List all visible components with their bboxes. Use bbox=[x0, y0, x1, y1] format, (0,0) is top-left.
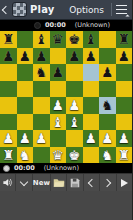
piece-white-king: ♚ bbox=[68, 147, 80, 164]
square-a5[interactable] bbox=[0, 81, 17, 98]
black-clock-time: 00:00 bbox=[45, 22, 66, 29]
square-f6[interactable] bbox=[83, 64, 100, 81]
square-a3[interactable] bbox=[0, 114, 17, 131]
white-player-name: (Unknown) bbox=[44, 165, 79, 172]
piece-white-queen: ♛ bbox=[52, 147, 64, 164]
dropdown-button[interactable] bbox=[16, 174, 32, 191]
square-b6[interactable] bbox=[17, 64, 34, 81]
square-g6[interactable]: ♟ bbox=[99, 64, 116, 81]
square-e1[interactable]: ♚ bbox=[66, 147, 83, 164]
black-clock-row: 00:00 (Unknown) bbox=[0, 20, 132, 31]
square-h6[interactable] bbox=[116, 64, 133, 81]
square-d1[interactable]: ♛ bbox=[50, 147, 67, 164]
white-player-dot-icon bbox=[3, 165, 10, 172]
square-g8[interactable] bbox=[99, 31, 116, 48]
piece-black-bishop: ♝ bbox=[85, 31, 97, 48]
chessboard-app-icon bbox=[12, 2, 27, 17]
square-b7[interactable]: ♟ bbox=[17, 48, 34, 65]
piece-white-bishop: ♝ bbox=[68, 114, 80, 131]
piece-white-rook: ♜ bbox=[118, 147, 130, 164]
new-game-label: New bbox=[33, 179, 50, 187]
square-d7[interactable] bbox=[50, 48, 67, 65]
square-g2[interactable]: ♟ bbox=[99, 130, 116, 147]
black-player-dot-icon bbox=[34, 22, 41, 29]
piece-black-queen: ♛ bbox=[52, 31, 64, 48]
square-b1[interactable]: ♞ bbox=[17, 147, 34, 164]
options-button[interactable]: Options bbox=[65, 2, 108, 18]
speaker-icon bbox=[2, 177, 13, 188]
square-c4[interactable] bbox=[33, 97, 50, 114]
piece-white-pawn: ♟ bbox=[101, 130, 113, 147]
square-b2[interactable]: ♟ bbox=[17, 130, 34, 147]
square-c6[interactable]: ♞ bbox=[33, 64, 50, 81]
square-g7[interactable] bbox=[99, 48, 116, 65]
piece-white-pawn: ♟ bbox=[52, 97, 64, 114]
page-title: Play bbox=[30, 4, 55, 15]
piece-black-pawn: ♟ bbox=[68, 48, 80, 65]
piece-black-pawn: ♟ bbox=[118, 48, 130, 65]
piece-black-pawn: ♟ bbox=[52, 64, 64, 81]
square-c5[interactable] bbox=[33, 81, 50, 98]
square-e6[interactable] bbox=[66, 64, 83, 81]
square-f7[interactable]: ♟ bbox=[83, 48, 100, 65]
piece-white-pawn: ♟ bbox=[118, 130, 130, 147]
piece-black-rook: ♜ bbox=[2, 31, 14, 48]
piece-black-knight: ♞ bbox=[35, 64, 47, 81]
piece-black-pawn: ♟ bbox=[101, 64, 113, 81]
square-h3[interactable] bbox=[116, 114, 133, 131]
open-file-button[interactable] bbox=[51, 174, 67, 191]
chevron-down-icon bbox=[20, 177, 28, 185]
piece-black-king: ♚ bbox=[68, 31, 80, 48]
square-b8[interactable] bbox=[17, 31, 34, 48]
chess-board: ♜♝♛♚♝♜♟♟♟♟♟♟♞♟♟♟♟♞♝♝♟♟♟♟♟♟♜♞♛♚♞♜ bbox=[0, 31, 132, 163]
piece-white-rook: ♜ bbox=[2, 147, 14, 164]
square-f3[interactable] bbox=[83, 114, 100, 131]
square-e8[interactable]: ♚ bbox=[66, 31, 83, 48]
square-h5[interactable] bbox=[116, 81, 133, 98]
square-e3[interactable]: ♝ bbox=[66, 114, 83, 131]
square-f4[interactable] bbox=[83, 97, 100, 114]
square-c3[interactable] bbox=[33, 114, 50, 131]
menu-bar bbox=[116, 9, 127, 11]
square-d8[interactable]: ♛ bbox=[50, 31, 67, 48]
piece-black-pawn: ♟ bbox=[19, 48, 31, 65]
next-move-button[interactable] bbox=[100, 174, 116, 191]
menu-bar bbox=[116, 13, 127, 15]
black-player-name: (Unknown) bbox=[75, 22, 110, 29]
white-clock-time: 00:00 bbox=[14, 165, 35, 172]
square-h1[interactable]: ♜ bbox=[116, 147, 133, 164]
square-g3[interactable] bbox=[99, 114, 116, 131]
square-b5[interactable] bbox=[17, 81, 34, 98]
folder-icon bbox=[53, 177, 65, 188]
piece-white-pawn: ♟ bbox=[35, 130, 47, 147]
square-d3[interactable]: ♝ bbox=[50, 114, 67, 131]
menu-bar bbox=[116, 5, 127, 7]
square-c2[interactable]: ♟ bbox=[33, 130, 50, 147]
menu-icon[interactable] bbox=[116, 5, 127, 15]
square-a6[interactable] bbox=[0, 64, 17, 81]
square-h8[interactable]: ♜ bbox=[116, 31, 133, 48]
piece-black-pawn: ♟ bbox=[2, 48, 14, 65]
square-e7[interactable]: ♟ bbox=[66, 48, 83, 65]
square-a2[interactable]: ♟ bbox=[0, 130, 17, 147]
footer-area bbox=[0, 191, 132, 220]
square-f2[interactable]: ♟ bbox=[83, 130, 100, 147]
piece-black-pawn: ♟ bbox=[35, 48, 47, 65]
save-icon bbox=[70, 178, 80, 188]
square-d2[interactable] bbox=[50, 130, 67, 147]
square-a7[interactable]: ♟ bbox=[0, 48, 17, 65]
square-d6[interactable]: ♟ bbox=[50, 64, 67, 81]
square-g5[interactable] bbox=[99, 81, 116, 98]
chevron-right-icon bbox=[103, 178, 111, 186]
square-f8[interactable]: ♝ bbox=[83, 31, 100, 48]
square-f1[interactable] bbox=[83, 147, 100, 164]
square-g4[interactable]: ♞ bbox=[99, 97, 116, 114]
square-b3[interactable] bbox=[17, 114, 34, 131]
play-icon bbox=[121, 179, 128, 187]
square-e5[interactable] bbox=[66, 81, 83, 98]
save-button[interactable] bbox=[67, 174, 83, 191]
piece-black-bishop: ♝ bbox=[35, 31, 47, 48]
square-f5[interactable] bbox=[83, 81, 100, 98]
square-g1[interactable]: ♞ bbox=[99, 147, 116, 164]
square-c1[interactable] bbox=[33, 147, 50, 164]
piece-white-pawn: ♟ bbox=[19, 130, 31, 147]
square-h2[interactable]: ♟ bbox=[116, 130, 133, 147]
piece-white-knight: ♞ bbox=[101, 147, 113, 164]
header-bar: Play Options bbox=[0, 0, 132, 20]
app-screen: Play Options 00:00 (Unknown) ♜♝♛♚♝♜♟♟♟♟♟… bbox=[0, 0, 132, 220]
chevron-left-icon bbox=[88, 178, 96, 186]
piece-white-pawn: ♟ bbox=[2, 130, 14, 147]
volume-button[interactable] bbox=[0, 174, 16, 191]
piece-white-bishop: ♝ bbox=[52, 114, 64, 131]
new-game-button[interactable]: New bbox=[33, 174, 51, 191]
piece-black-pawn: ♟ bbox=[85, 48, 97, 65]
square-a4[interactable] bbox=[0, 97, 17, 114]
square-d5[interactable] bbox=[50, 81, 67, 98]
square-a8[interactable]: ♜ bbox=[0, 31, 17, 48]
square-c7[interactable]: ♟ bbox=[33, 48, 50, 65]
piece-white-pawn: ♟ bbox=[68, 97, 80, 114]
square-c8[interactable]: ♝ bbox=[33, 31, 50, 48]
square-e2[interactable] bbox=[66, 130, 83, 147]
square-d4[interactable]: ♟ bbox=[50, 97, 67, 114]
bottom-toolbar: New bbox=[0, 173, 132, 191]
square-b4[interactable] bbox=[17, 97, 34, 114]
piece-black-knight: ♞ bbox=[101, 97, 113, 114]
play-button[interactable] bbox=[117, 174, 132, 191]
previous-move-button[interactable] bbox=[84, 174, 100, 191]
square-e4[interactable]: ♟ bbox=[66, 97, 83, 114]
square-h7[interactable]: ♟ bbox=[116, 48, 133, 65]
square-a1[interactable]: ♜ bbox=[0, 147, 17, 164]
square-h4[interactable] bbox=[116, 97, 133, 114]
back-icon[interactable] bbox=[2, 5, 10, 13]
header-divider bbox=[111, 3, 112, 16]
white-clock-row: 00:00 (Unknown) bbox=[0, 163, 132, 173]
piece-black-rook: ♜ bbox=[118, 31, 130, 48]
piece-white-knight: ♞ bbox=[19, 147, 31, 164]
piece-white-pawn: ♟ bbox=[85, 130, 97, 147]
menu-arrow-icon bbox=[125, 14, 129, 18]
